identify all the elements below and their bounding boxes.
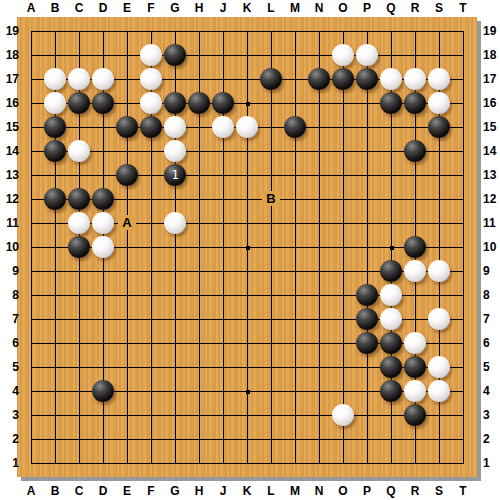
column-label-top: C: [67, 1, 91, 15]
stone-black-G18: [164, 44, 186, 66]
row-label-left: 4: [1, 384, 19, 398]
row-label-left: 13: [1, 168, 19, 182]
stone-black-E13: [116, 164, 138, 186]
row-label-right: 16: [483, 96, 500, 110]
stone-black-P17: [356, 68, 378, 90]
grid-line-vertical: [343, 31, 344, 464]
grid-line-vertical: [463, 31, 464, 464]
row-label-right: 19: [483, 24, 500, 38]
row-label-right: 13: [483, 168, 500, 182]
stone-black-P6: [356, 332, 378, 354]
stone-black-D12: [92, 188, 114, 210]
row-label-left: 5: [1, 360, 19, 374]
row-label-left: 1: [1, 456, 19, 470]
stone-white-C17: [68, 68, 90, 90]
stone-white-R9: [404, 260, 426, 282]
stone-white-G15: [164, 116, 186, 138]
stone-white-C14: [68, 140, 90, 162]
column-label-bottom: S: [427, 484, 451, 498]
column-label-top: G: [163, 1, 187, 15]
row-label-left: 2: [1, 432, 19, 446]
stone-white-D11: [92, 212, 114, 234]
star-point: [246, 102, 250, 106]
column-label-bottom: Q: [379, 484, 403, 498]
stone-white-D10: [92, 236, 114, 258]
row-label-left: 18: [1, 48, 19, 62]
stone-black-P7: [356, 308, 378, 330]
stone-white-K15: [236, 116, 258, 138]
stone-white-C11: [68, 212, 90, 234]
stone-black-R16: [404, 92, 426, 114]
column-label-top: A: [19, 1, 43, 15]
column-label-bottom: P: [355, 484, 379, 498]
go-diagram: 1 AB AABBCCDDEEFFGGHHJJKKLLMMNNOOPPQQRRS…: [0, 0, 500, 500]
star-point: [390, 246, 394, 250]
grid-line-horizontal: [31, 463, 464, 464]
stone-white-S17: [428, 68, 450, 90]
row-label-right: 18: [483, 48, 500, 62]
row-label-right: 6: [483, 336, 500, 350]
stone-white-B16: [44, 92, 66, 114]
stone-white-F17: [140, 68, 162, 90]
row-label-left: 19: [1, 24, 19, 38]
stone-white-S7: [428, 308, 450, 330]
column-label-bottom: L: [259, 484, 283, 498]
column-label-top: T: [451, 1, 475, 15]
column-label-top: R: [403, 1, 427, 15]
row-label-right: 9: [483, 264, 500, 278]
column-label-top: F: [139, 1, 163, 15]
stone-black-G16: [164, 92, 186, 114]
stone-black-C12: [68, 188, 90, 210]
row-label-left: 14: [1, 144, 19, 158]
row-label-right: 1: [483, 456, 500, 470]
column-label-bottom: R: [403, 484, 427, 498]
row-label-left: 10: [1, 240, 19, 254]
row-label-left: 15: [1, 120, 19, 134]
stone-black-F15: [140, 116, 162, 138]
column-label-bottom: A: [19, 484, 43, 498]
stone-black-D16: [92, 92, 114, 114]
stone-white-F18: [140, 44, 162, 66]
stone-white-D17: [92, 68, 114, 90]
stone-black-R5: [404, 356, 426, 378]
column-label-top: B: [43, 1, 67, 15]
row-label-left: 7: [1, 312, 19, 326]
column-label-bottom: G: [163, 484, 187, 498]
move-number-label: 1: [171, 169, 178, 181]
column-label-top: D: [91, 1, 115, 15]
row-label-right: 2: [483, 432, 500, 446]
column-label-top: M: [283, 1, 307, 15]
stone-black-B12: [44, 188, 66, 210]
stone-black-J16: [212, 92, 234, 114]
stone-white-G11: [164, 212, 186, 234]
stone-white-B17: [44, 68, 66, 90]
stone-black-O17: [332, 68, 354, 90]
column-label-bottom: F: [139, 484, 163, 498]
stone-black-M15: [284, 116, 306, 138]
stone-black-Q16: [380, 92, 402, 114]
stone-black-P8: [356, 284, 378, 306]
column-label-top: K: [235, 1, 259, 15]
stone-black-Q9: [380, 260, 402, 282]
stone-black-R10: [404, 236, 426, 258]
stone-white-G14: [164, 140, 186, 162]
stone-white-F16: [140, 92, 162, 114]
row-label-right: 17: [483, 72, 500, 86]
stone-black-S15: [428, 116, 450, 138]
row-label-right: 10: [483, 240, 500, 254]
grid-line-vertical: [319, 31, 320, 464]
column-label-top: N: [307, 1, 331, 15]
row-label-right: 7: [483, 312, 500, 326]
column-label-bottom: C: [67, 484, 91, 498]
stone-black-G13: 1: [164, 164, 186, 186]
row-label-left: 12: [1, 192, 19, 206]
stone-black-Q4: [380, 380, 402, 402]
stone-white-R4: [404, 380, 426, 402]
stone-white-R6: [404, 332, 426, 354]
stone-white-O3: [332, 404, 354, 426]
column-label-top: L: [259, 1, 283, 15]
column-label-top: E: [115, 1, 139, 15]
column-label-bottom: J: [211, 484, 235, 498]
row-label-left: 11: [1, 216, 19, 230]
column-label-bottom: N: [307, 484, 331, 498]
stone-white-Q17: [380, 68, 402, 90]
row-label-right: 15: [483, 120, 500, 134]
stone-white-S9: [428, 260, 450, 282]
stone-black-D4: [92, 380, 114, 402]
board-letter-B: B: [262, 191, 280, 206]
row-label-right: 4: [483, 384, 500, 398]
board-letter-A: A: [118, 215, 136, 230]
column-label-top: P: [355, 1, 379, 15]
column-label-bottom: E: [115, 484, 139, 498]
stone-black-C10: [68, 236, 90, 258]
column-label-top: J: [211, 1, 235, 15]
stone-black-R14: [404, 140, 426, 162]
go-board[interactable]: 1 AB: [17, 17, 477, 477]
stone-white-S16: [428, 92, 450, 114]
column-label-bottom: O: [331, 484, 355, 498]
column-label-top: H: [187, 1, 211, 15]
grid-line-vertical: [367, 31, 368, 464]
stone-white-P18: [356, 44, 378, 66]
stone-black-B15: [44, 116, 66, 138]
column-label-bottom: D: [91, 484, 115, 498]
stone-black-H16: [188, 92, 210, 114]
column-label-top: S: [427, 1, 451, 15]
column-label-top: O: [331, 1, 355, 15]
stone-white-O18: [332, 44, 354, 66]
grid-line-horizontal: [31, 415, 464, 416]
stone-white-R17: [404, 68, 426, 90]
column-label-top: Q: [379, 1, 403, 15]
row-label-left: 9: [1, 264, 19, 278]
stone-white-Q7: [380, 308, 402, 330]
column-label-bottom: M: [283, 484, 307, 498]
stone-black-E15: [116, 116, 138, 138]
row-label-left: 8: [1, 288, 19, 302]
grid-line-vertical: [271, 31, 272, 464]
column-label-bottom: H: [187, 484, 211, 498]
row-label-right: 11: [483, 216, 500, 230]
row-label-left: 16: [1, 96, 19, 110]
stone-black-R3: [404, 404, 426, 426]
stone-black-Q6: [380, 332, 402, 354]
star-point: [246, 390, 250, 394]
stone-white-Q8: [380, 284, 402, 306]
column-label-bottom: K: [235, 484, 259, 498]
stone-black-N17: [308, 68, 330, 90]
stone-white-S4: [428, 380, 450, 402]
star-point: [246, 246, 250, 250]
stone-black-Q5: [380, 356, 402, 378]
row-label-left: 6: [1, 336, 19, 350]
row-label-right: 5: [483, 360, 500, 374]
row-label-right: 12: [483, 192, 500, 206]
column-label-bottom: B: [43, 484, 67, 498]
stone-black-B14: [44, 140, 66, 162]
stone-white-S5: [428, 356, 450, 378]
stone-white-J15: [212, 116, 234, 138]
grid-line-vertical: [295, 31, 296, 464]
stone-black-L17: [260, 68, 282, 90]
row-label-right: 8: [483, 288, 500, 302]
grid-line-horizontal: [31, 439, 464, 440]
row-label-left: 3: [1, 408, 19, 422]
column-label-bottom: T: [451, 484, 475, 498]
row-label-left: 17: [1, 72, 19, 86]
stone-black-C16: [68, 92, 90, 114]
row-label-right: 3: [483, 408, 500, 422]
row-label-right: 14: [483, 144, 500, 158]
